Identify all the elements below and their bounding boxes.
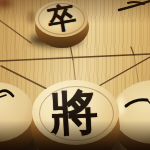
- right-piece-stroke: [126, 100, 147, 106]
- photo-frame: 卒 將: [0, 0, 150, 150]
- right-piece-stroke-tail: [147, 100, 150, 103]
- general-character: 將: [49, 87, 99, 137]
